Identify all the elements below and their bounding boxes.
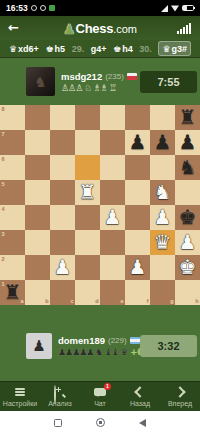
square-g1[interactable]: g (150, 280, 175, 305)
square-b8[interactable] (25, 105, 50, 130)
square-f8[interactable] (125, 105, 150, 130)
chess-board[interactable]: 8♜7♟♟♟6♞5♜♞4♟♟♚3♛♟2♟♟♚1a♜bcdefgh (0, 105, 200, 305)
square-g8[interactable] (150, 105, 175, 130)
back-arrow-button[interactable]: ← (8, 16, 19, 40)
signal-icon (161, 5, 168, 12)
avatar[interactable]: ♞ (26, 67, 55, 96)
square-h6[interactable]: ♞ (175, 155, 200, 180)
black-knight-h6[interactable]: ♞ (175, 155, 200, 180)
chat-bubble-icon (94, 388, 106, 396)
square-g5[interactable]: ♞ (150, 180, 175, 205)
square-c1[interactable]: c (50, 280, 75, 305)
square-b5[interactable] (25, 180, 50, 205)
settings-button[interactable]: Настройки (0, 382, 40, 411)
file-label: e (120, 299, 123, 305)
square-g7[interactable]: ♟ (150, 130, 175, 155)
player-top-row: ♞ msdg212 (235) ♙♙♙ ♘ ♗♗ ♖ 7:55 (0, 58, 200, 105)
square-c6[interactable] (50, 155, 75, 180)
white-pawn-g4[interactable]: ♟ (150, 205, 175, 230)
square-g2[interactable] (150, 255, 175, 280)
square-h2[interactable]: ♚ (175, 255, 200, 280)
square-f2[interactable]: ♟ (125, 255, 150, 280)
move[interactable]: ♛xd6+ (9, 44, 39, 54)
spacer (0, 305, 200, 331)
chevron-right-icon (174, 386, 185, 397)
rank-label: 3 (2, 232, 5, 238)
square-h3[interactable]: ♟ (175, 230, 200, 255)
app-header: ← ♟Chess.com (0, 16, 200, 40)
square-d4[interactable] (75, 205, 100, 230)
player-name[interactable]: domen189 (58, 335, 105, 346)
square-e3[interactable] (100, 230, 125, 255)
argentina-flag-icon (130, 337, 140, 344)
square-e4[interactable]: ♟ (100, 205, 125, 230)
android-back-button[interactable] (139, 419, 146, 427)
square-e7[interactable] (100, 130, 125, 155)
square-d6[interactable] (75, 155, 100, 180)
file-label: h (195, 299, 198, 305)
white-king-h2[interactable]: ♚ (175, 255, 200, 280)
move-piece-icon: ♚ (45, 44, 53, 54)
file-label: d (95, 299, 98, 305)
white-knight-g5[interactable]: ♞ (150, 180, 175, 205)
square-b3[interactable] (25, 230, 50, 255)
move[interactable]: ♚h4 (113, 44, 133, 54)
spacer (0, 361, 200, 381)
square-g4[interactable]: ♟ (150, 205, 175, 230)
chevron-left-icon (134, 386, 145, 397)
square-d3[interactable] (75, 230, 100, 255)
black-pawn-f7[interactable]: ♟ (125, 130, 150, 155)
rank-label: 6 (2, 157, 5, 163)
player-bottom-row: ♟ domen189 (229) ♟♟♟♟♟ ♞ ♝♝ ♛+6 3:32 (0, 331, 200, 361)
game-toolbar: Настройки Анализ 1 Чат Назад Вперед (0, 381, 200, 411)
status-time: 16:53 (6, 3, 28, 13)
square-e8[interactable] (100, 105, 125, 130)
avatar-pawn-icon: ♟ (32, 337, 45, 355)
logo-pawn-icon: ♟ (63, 21, 76, 37)
white-pawn-c2[interactable]: ♟ (50, 255, 75, 280)
square-e5[interactable] (100, 180, 125, 205)
square-b1[interactable]: b (25, 280, 50, 305)
white-pawn-f2[interactable]: ♟ (125, 255, 150, 280)
move-current[interactable]: ♛g3# (158, 41, 191, 56)
white-pawn-h3[interactable]: ♟ (175, 230, 200, 255)
clock-black: 7:55 (140, 71, 197, 93)
square-b6[interactable] (25, 155, 50, 180)
black-king-h4[interactable]: ♚ (175, 205, 200, 230)
android-recents-button[interactable] (54, 419, 62, 427)
move-number: 30. (139, 44, 152, 54)
clock-white: 3:32 (140, 335, 197, 357)
square-a7[interactable]: 7 (0, 130, 25, 155)
square-h8[interactable]: ♜ (175, 105, 200, 130)
white-pawn-e4[interactable]: ♟ (100, 205, 125, 230)
rank-label: 4 (2, 207, 5, 213)
square-f6[interactable] (125, 155, 150, 180)
square-h1[interactable]: h (175, 280, 200, 305)
square-c5[interactable] (50, 180, 75, 205)
settings-list-icon (15, 387, 25, 398)
avatar-artwork: ♞ (34, 74, 47, 90)
move-forward-button[interactable]: Вперед (160, 382, 200, 411)
file-label: a (20, 299, 23, 305)
square-a6[interactable]: 6 (0, 155, 25, 180)
square-f7[interactable]: ♟ (125, 130, 150, 155)
square-d1[interactable]: d (75, 280, 100, 305)
square-c7[interactable] (50, 130, 75, 155)
avatar[interactable]: ♟ (26, 333, 52, 359)
square-a3[interactable]: 3 (0, 230, 25, 255)
move-number: 29. (72, 44, 85, 54)
phone-screen: 16:53 ← ♟Chess.com ♛xd6+♚h529.g4+♚h430.♛… (0, 0, 200, 434)
square-h4[interactable]: ♚ (175, 205, 200, 230)
player-name[interactable]: msdg212 (61, 71, 102, 82)
analysis-button[interactable]: Анализ (40, 382, 80, 411)
square-a2[interactable]: 2 (0, 255, 25, 280)
square-b2[interactable] (25, 255, 50, 280)
white-queen-g3[interactable]: ♛ (150, 230, 175, 255)
square-c3[interactable] (50, 230, 75, 255)
chat-button[interactable]: 1 Чат (80, 382, 120, 411)
square-c2[interactable]: ♟ (50, 255, 75, 280)
android-home-button[interactable] (96, 418, 105, 427)
square-g6[interactable] (150, 155, 175, 180)
file-label: c (70, 299, 73, 305)
logo-text: Chess (76, 21, 114, 36)
file-label: b (45, 299, 48, 305)
square-c8[interactable] (50, 105, 75, 130)
square-a4[interactable]: 4 (0, 205, 25, 230)
vibrate-icon (40, 5, 46, 11)
rank-label: 8 (2, 107, 5, 113)
player-rating: (229) (108, 336, 127, 345)
poland-flag-icon (127, 73, 137, 80)
move-back-button[interactable]: Назад (120, 382, 160, 411)
square-h7[interactable]: ♟ (175, 130, 200, 155)
square-d8[interactable] (75, 105, 100, 130)
captured-pieces-black: ♟♟♟♟♟ ♞ ♝♝ ♛+6 (58, 347, 140, 357)
wifi-icon (171, 5, 179, 12)
square-e6[interactable] (100, 155, 125, 180)
rank-label: 5 (2, 182, 5, 188)
black-rook-h8[interactable]: ♜ (175, 105, 200, 130)
logo-suffix: .com (113, 23, 137, 35)
file-label: f (147, 299, 149, 305)
square-f3[interactable] (125, 230, 150, 255)
square-d2[interactable] (75, 255, 100, 280)
chesscom-logo: ♟Chess.com (0, 19, 200, 37)
rank-label: 1 (2, 282, 5, 288)
captured-pieces-white: ♙♙♙ ♘ ♗♗ ♖ (61, 83, 140, 93)
connection-bars-icon (177, 23, 191, 34)
black-pawn-h7[interactable]: ♟ (175, 130, 200, 155)
square-f4[interactable] (125, 205, 150, 230)
move-piece-icon: ♛ (162, 44, 170, 54)
square-a5[interactable]: 5 (0, 180, 25, 205)
move-piece-icon: ♚ (113, 44, 121, 54)
chat-badge: 1 (104, 383, 111, 390)
file-label: g (170, 299, 173, 305)
rank-label: 7 (2, 132, 5, 138)
square-c4[interactable] (50, 205, 75, 230)
battery-icon (182, 5, 194, 11)
analysis-magnifier-icon (54, 386, 66, 398)
square-b7[interactable] (25, 130, 50, 155)
move-piece-icon: ♛ (9, 44, 17, 54)
move-list: ♛xd6+♚h529.g4+♚h430.♛g3# (0, 40, 200, 58)
square-f5[interactable] (125, 180, 150, 205)
black-pawn-g7[interactable]: ♟ (150, 130, 175, 155)
player-rating: (235) (105, 72, 124, 81)
square-b4[interactable] (25, 205, 50, 230)
android-nav-bar (0, 411, 200, 434)
square-e1[interactable]: e (100, 280, 125, 305)
square-d5[interactable]: ♜ (75, 180, 100, 205)
square-a1[interactable]: 1a♜ (0, 280, 25, 305)
move[interactable]: ♚h5 (45, 44, 65, 54)
alarm-icon (31, 5, 37, 11)
square-f1[interactable]: f (125, 280, 150, 305)
move[interactable]: g4+ (91, 44, 107, 54)
square-d7[interactable] (75, 130, 100, 155)
square-h5[interactable] (175, 180, 200, 205)
square-g3[interactable]: ♛ (150, 230, 175, 255)
square-a8[interactable]: 8 (0, 105, 25, 130)
white-rook-d5[interactable]: ♜ (75, 180, 100, 205)
status-bar: 16:53 (0, 0, 200, 16)
rank-label: 2 (2, 257, 5, 263)
app-notification-icon (49, 5, 55, 11)
square-e2[interactable] (100, 255, 125, 280)
